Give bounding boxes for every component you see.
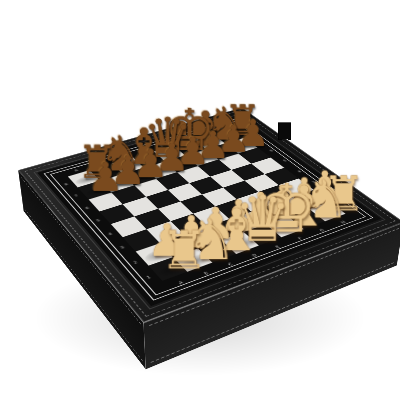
piece-black-pawn-a7[interactable]: ♟	[87, 158, 112, 196]
box-latch[interactable]	[278, 122, 292, 140]
piece-white-rook-a1[interactable]: ♜	[161, 226, 190, 276]
chess-set-scene: AABBCCDDEEFFGGHH1122334455667788 ♜♞♝♛♚♝♞…	[0, 0, 400, 400]
